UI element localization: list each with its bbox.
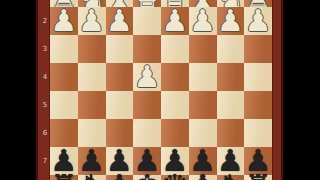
- square-e2[interactable]: [133, 7, 161, 35]
- square-h8[interactable]: ♜: [50, 175, 78, 180]
- black-rook: ♜: [245, 172, 272, 180]
- square-b3[interactable]: [217, 35, 245, 63]
- square-g5[interactable]: [78, 91, 106, 119]
- square-e4[interactable]: ♟: [133, 63, 161, 91]
- square-a3[interactable]: [244, 35, 272, 63]
- square-e1[interactable]: ♚: [133, 0, 161, 7]
- board-frame-left: 234567: [36, 0, 50, 180]
- white-pawn: ♟: [161, 7, 188, 35]
- white-pawn: ♟: [245, 7, 272, 35]
- white-pawn: ♟: [217, 7, 244, 35]
- square-e8[interactable]: ♚: [133, 175, 161, 180]
- chess-diagram: 234567 ♜♞♝♚♛♝♞♜♟♟♟♟♟♟♟♟♟♟♟♟♟♟♟♟♜♞♝♚♛♝♞♜: [0, 0, 320, 180]
- square-d5[interactable]: [161, 91, 189, 119]
- square-g8[interactable]: ♞: [78, 175, 106, 180]
- black-bishop: ♝: [189, 172, 216, 180]
- square-f5[interactable]: [106, 91, 134, 119]
- square-b8[interactable]: ♞: [217, 175, 245, 180]
- square-h4[interactable]: [50, 63, 78, 91]
- square-f4[interactable]: [106, 63, 134, 91]
- square-f3[interactable]: [106, 35, 134, 63]
- square-d2[interactable]: ♟: [161, 7, 189, 35]
- square-h2[interactable]: ♟: [50, 7, 78, 35]
- square-f8[interactable]: ♝: [106, 175, 134, 180]
- black-king: ♚: [134, 172, 161, 180]
- black-rook: ♜: [50, 172, 77, 180]
- black-queen: ♛: [161, 172, 188, 180]
- square-b2[interactable]: ♟: [217, 7, 245, 35]
- white-pawn: ♟: [78, 7, 105, 35]
- square-g4[interactable]: [78, 63, 106, 91]
- square-d3[interactable]: [161, 35, 189, 63]
- board-frame-right: [272, 0, 283, 180]
- black-bishop: ♝: [106, 172, 133, 180]
- square-f2[interactable]: ♟: [106, 7, 134, 35]
- square-h3[interactable]: [50, 35, 78, 63]
- white-pawn: ♟: [189, 7, 216, 35]
- square-g3[interactable]: [78, 35, 106, 63]
- square-c3[interactable]: [189, 35, 217, 63]
- square-c4[interactable]: [189, 63, 217, 91]
- black-knight: ♞: [78, 172, 105, 180]
- square-c8[interactable]: ♝: [189, 175, 217, 180]
- white-pawn: ♟: [134, 63, 161, 91]
- square-d8[interactable]: ♛: [161, 175, 189, 180]
- square-d4[interactable]: [161, 63, 189, 91]
- square-e5[interactable]: [133, 91, 161, 119]
- square-a2[interactable]: ♟: [244, 7, 272, 35]
- square-h5[interactable]: [50, 91, 78, 119]
- black-knight: ♞: [217, 172, 244, 180]
- chess-board[interactable]: ♜♞♝♚♛♝♞♜♟♟♟♟♟♟♟♟♟♟♟♟♟♟♟♟♜♞♝♚♛♝♞♜: [50, 0, 272, 180]
- square-b5[interactable]: [217, 91, 245, 119]
- square-b4[interactable]: [217, 63, 245, 91]
- chess-board-grid: ♜♞♝♚♛♝♞♜♟♟♟♟♟♟♟♟♟♟♟♟♟♟♟♟♜♞♝♚♛♝♞♜: [50, 0, 272, 180]
- square-c5[interactable]: [189, 91, 217, 119]
- square-a5[interactable]: [244, 91, 272, 119]
- white-pawn: ♟: [106, 7, 133, 35]
- square-a8[interactable]: ♜: [244, 175, 272, 180]
- square-a4[interactable]: [244, 63, 272, 91]
- white-pawn: ♟: [50, 7, 77, 35]
- square-c2[interactable]: ♟: [189, 7, 217, 35]
- square-g2[interactable]: ♟: [78, 7, 106, 35]
